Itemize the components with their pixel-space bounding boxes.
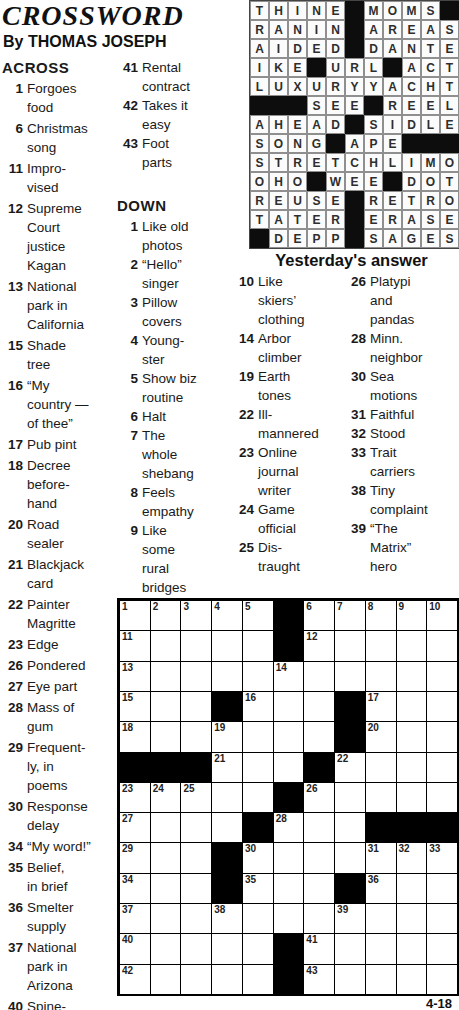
clue-text: Pillow covers — [142, 293, 182, 331]
puzzle-cell — [242, 721, 273, 751]
puzzle-cell — [211, 933, 242, 963]
answer-letter-cell: T — [250, 210, 269, 229]
answer-letter-cell: N — [402, 39, 421, 58]
answer-black-cell — [345, 229, 364, 248]
puzzle-cell: 42 — [119, 964, 150, 994]
answer-letter-cell: R — [383, 96, 402, 115]
puzzle-cell — [273, 752, 304, 782]
puzzle-cell — [150, 661, 181, 691]
down-clue-list-part3: 26Platypi and pandas28Minn. neighbor30Se… — [345, 272, 457, 576]
puzzle-cell: 7 — [334, 600, 365, 630]
across-clue-list-part1: 1Forgoes food6Christmas song11Impro- vis… — [2, 79, 113, 1010]
clue-number: 20 — [2, 515, 23, 534]
puzzle-black-cell — [211, 691, 242, 721]
across-clue-35: 35Belief, in brief — [2, 858, 113, 896]
cell-number: 32 — [399, 844, 410, 854]
clue-number: 1 — [2, 79, 23, 98]
clue-text: Trait carriers — [370, 443, 415, 481]
cell-number: 29 — [122, 844, 133, 854]
clue-text: Forgoes food — [27, 79, 77, 117]
clue-number: 7 — [117, 426, 138, 445]
answer-black-cell — [307, 58, 326, 77]
clue-text: National park in Arizona — [27, 938, 77, 995]
answer-letter-cell: S — [364, 229, 383, 248]
across-clue-26: 26Pondered — [2, 656, 113, 675]
answer-letter-cell: I — [288, 1, 307, 20]
answer-black-cell — [345, 210, 364, 229]
answer-letter-cell: A — [307, 115, 326, 134]
clue-text: Young- ster — [142, 331, 184, 369]
puzzle-black-cell — [426, 812, 457, 842]
answer-letter-cell: G — [307, 134, 326, 153]
clue-number: 1 — [117, 217, 138, 236]
puzzle-cell — [396, 903, 427, 933]
clue-text: National park in California — [27, 277, 84, 334]
clue-number: 26 — [2, 656, 23, 675]
answer-letter-cell: I — [250, 58, 269, 77]
clue-text: Faithful — [370, 405, 414, 424]
puzzle-cell — [211, 782, 242, 812]
puzzle-cell — [396, 752, 427, 782]
answer-letter-cell: Y — [345, 77, 364, 96]
puzzle-cell — [426, 873, 457, 903]
puzzle-black-cell — [273, 782, 304, 812]
answer-letter-cell: T — [326, 153, 345, 172]
puzzle-cell: 17 — [365, 691, 396, 721]
puzzle-cell — [242, 933, 273, 963]
answer-letter-cell: A — [269, 20, 288, 39]
answer-letter-cell: R — [421, 191, 440, 210]
puzzle-cell — [426, 752, 457, 782]
clue-text: The whole shebang — [142, 426, 194, 483]
puzzle-black-cell — [242, 812, 273, 842]
clue-text: Minn. neighbor — [370, 329, 423, 367]
answer-black-cell — [421, 134, 440, 153]
cell-number: 20 — [368, 723, 379, 733]
answer-letter-cell: E — [440, 115, 459, 134]
answer-letter-cell: S — [307, 96, 326, 115]
answer-letter-cell: C — [421, 58, 440, 77]
answer-letter-cell: U — [288, 191, 307, 210]
clue-number: 29 — [2, 738, 23, 757]
answer-letter-cell: A — [383, 229, 402, 248]
answer-letter-cell: M — [364, 1, 383, 20]
puzzle-cell — [426, 630, 457, 660]
clue-number: 32 — [345, 424, 366, 443]
puzzle-cell — [334, 842, 365, 872]
puzzle-cell: 2 — [150, 600, 181, 630]
clue-number: 34 — [2, 837, 23, 856]
answer-letter-cell: A — [402, 210, 421, 229]
across-clue-28: 28Mass of gum — [2, 698, 113, 736]
puzzle-cell — [365, 903, 396, 933]
puzzle-cell — [180, 903, 211, 933]
puzzle-cell: 13 — [119, 661, 150, 691]
clue-number: 33 — [345, 443, 366, 462]
answer-letter-cell: D — [402, 115, 421, 134]
clue-number: 6 — [2, 119, 23, 138]
clue-text: Dis- traught — [258, 538, 300, 576]
answer-letter-cell: E — [326, 96, 345, 115]
puzzle-cell — [211, 661, 242, 691]
down-clue-7: 7The whole shebang — [117, 426, 230, 483]
clue-number: 13 — [2, 277, 23, 296]
clue-number: 24 — [233, 500, 254, 519]
puzzle-cell — [426, 661, 457, 691]
clue-number: 12 — [2, 199, 23, 218]
puzzle-cell: 24 — [150, 782, 181, 812]
answer-black-cell — [269, 96, 288, 115]
puzzle-cell — [150, 842, 181, 872]
puzzle-black-cell — [273, 964, 304, 994]
clue-text: Like some rural bridges — [142, 521, 186, 597]
puzzle-cell: 19 — [211, 721, 242, 751]
puzzle-cell — [365, 933, 396, 963]
puzzle-cell: 22 — [334, 752, 365, 782]
cell-number: 39 — [337, 905, 348, 915]
answer-letter-cell: E — [402, 20, 421, 39]
cell-number: 3 — [183, 602, 189, 612]
clue-column-1: ACROSS 1Forgoes food6Christmas song11Imp… — [2, 58, 113, 1010]
puzzle-cell — [426, 721, 457, 751]
puzzle-cell — [396, 721, 427, 751]
across-clue-18: 18Decree before- hand — [2, 456, 113, 513]
clue-number: 11 — [2, 159, 23, 178]
answer-letter-cell: N — [307, 1, 326, 20]
clue-number: 42 — [117, 96, 138, 115]
answer-letter-cell: R — [288, 153, 307, 172]
clue-number: 23 — [2, 635, 23, 654]
cell-number: 43 — [306, 966, 317, 976]
across-clue-11: 11Impro- vised — [2, 159, 113, 197]
puzzle-cell — [334, 782, 365, 812]
clue-number: 27 — [2, 677, 23, 696]
puzzle-cell: 3 — [180, 600, 211, 630]
clue-text: Painter Magritte — [27, 595, 76, 633]
answer-letter-cell: O — [250, 172, 269, 191]
clue-number: 40 — [2, 997, 23, 1010]
across-clue-34: 34“My word!” — [2, 837, 113, 856]
puzzle-date: 4-18 — [426, 996, 452, 1010]
across-clue-20: 20Road sealer — [2, 515, 113, 553]
clue-text: Supreme Court justice Kagan — [27, 199, 82, 275]
answer-letter-cell: E — [288, 58, 307, 77]
answer-letter-cell: S — [250, 134, 269, 153]
answer-letter-cell: H — [269, 115, 288, 134]
across-clue-27: 27Eye part — [2, 677, 113, 696]
puzzle-black-cell — [150, 752, 181, 782]
clue-number: 15 — [2, 336, 23, 355]
clue-text: Eye part — [27, 677, 77, 696]
puzzle-cell — [242, 903, 273, 933]
puzzle-cell: 38 — [211, 903, 242, 933]
clue-number: 21 — [2, 555, 23, 574]
cell-number: 11 — [122, 632, 133, 642]
answer-letter-cell: E — [421, 229, 440, 248]
across-clue-13: 13National park in California — [2, 277, 113, 334]
puzzle-cell — [211, 964, 242, 994]
answer-letter-cell: T — [440, 58, 459, 77]
clue-number: 25 — [233, 538, 254, 557]
answer-letter-cell: T — [421, 39, 440, 58]
puzzle-cell: 15 — [119, 691, 150, 721]
puzzle-cell — [303, 721, 334, 751]
puzzle-black-cell — [273, 600, 304, 630]
answer-letter-cell: C — [402, 77, 421, 96]
down-clue-3: 3Pillow covers — [117, 293, 230, 331]
across-header: ACROSS — [2, 58, 113, 77]
answer-letter-cell: X — [288, 77, 307, 96]
clue-text: Earth tones — [258, 367, 291, 405]
puzzle-cell — [242, 661, 273, 691]
yesterday-answer-caption: Yesterday's answer — [244, 251, 459, 270]
answer-letter-cell: R — [345, 58, 364, 77]
puzzle-cell — [396, 782, 427, 812]
answer-black-cell — [440, 1, 459, 20]
across-clue-42: 42Takes it easy — [117, 96, 230, 134]
puzzle-cell: 8 — [365, 600, 396, 630]
cell-number: 31 — [368, 844, 379, 854]
answer-letter-cell: S — [307, 191, 326, 210]
answer-letter-cell: I — [402, 153, 421, 172]
puzzle-cell: 5 — [242, 600, 273, 630]
puzzle-cell — [303, 873, 334, 903]
puzzle-cell — [334, 812, 365, 842]
answer-letter-cell: L — [421, 115, 440, 134]
answer-letter-cell: K — [269, 58, 288, 77]
cell-number: 12 — [306, 632, 317, 642]
puzzle-cell — [180, 842, 211, 872]
cell-number: 21 — [214, 754, 225, 764]
puzzle-cell: 18 — [119, 721, 150, 751]
clue-number: 26 — [345, 272, 366, 291]
answer-letter-cell: O — [421, 172, 440, 191]
puzzle-cell — [365, 661, 396, 691]
answer-black-cell — [250, 229, 269, 248]
puzzle-cell — [242, 964, 273, 994]
cell-number: 15 — [122, 693, 133, 703]
answer-black-cell — [345, 39, 364, 58]
answer-black-cell — [326, 134, 345, 153]
cell-number: 25 — [183, 784, 194, 794]
puzzle-cell — [273, 721, 304, 751]
answer-letter-cell: S — [250, 153, 269, 172]
answer-letter-cell: E — [269, 191, 288, 210]
clue-text: Smelter supply — [27, 898, 74, 936]
puzzle-cell: 27 — [119, 812, 150, 842]
answer-letter-cell: A — [421, 20, 440, 39]
puzzle-cell: 39 — [334, 903, 365, 933]
across-clue-30: 30Response delay — [2, 797, 113, 835]
down-clue-10: 10Like skiers’ clothing — [233, 272, 341, 329]
puzzle-cell: 21 — [211, 752, 242, 782]
puzzle-cell: 9 — [396, 600, 427, 630]
answer-letter-cell: R — [326, 210, 345, 229]
answer-letter-cell: A — [383, 77, 402, 96]
puzzle-cell — [303, 661, 334, 691]
puzzle-black-cell — [273, 630, 304, 660]
down-clue-19: 19Earth tones — [233, 367, 341, 405]
down-clue-24: 24Game official — [233, 500, 341, 538]
puzzle-cell — [334, 661, 365, 691]
answer-letter-cell: E — [307, 153, 326, 172]
answer-letter-cell: P — [364, 134, 383, 153]
down-clue-23: 23Online journal writer — [233, 443, 341, 500]
answer-letter-cell: H — [269, 1, 288, 20]
answer-letter-cell: T — [440, 77, 459, 96]
puzzle-cell — [426, 782, 457, 812]
answer-letter-cell: M — [421, 153, 440, 172]
puzzle-cell: 1 — [119, 600, 150, 630]
answer-letter-cell: E — [288, 115, 307, 134]
clue-number: 39 — [345, 519, 366, 538]
clue-number: 41 — [117, 58, 138, 77]
answer-letter-cell: E — [307, 210, 326, 229]
clue-text: Frequent- ly, in poems — [27, 738, 86, 795]
answer-black-cell — [250, 96, 269, 115]
answer-letter-cell: A — [250, 39, 269, 58]
cell-number: 22 — [337, 754, 348, 764]
across-clue-36: 36Smelter supply — [2, 898, 113, 936]
puzzle-cell — [365, 630, 396, 660]
answer-letter-cell: I — [269, 39, 288, 58]
clue-text: Belief, in brief — [27, 858, 68, 896]
answer-letter-cell: O — [269, 134, 288, 153]
clue-number: 4 — [117, 331, 138, 350]
answer-black-cell — [383, 58, 402, 77]
clue-number: 37 — [2, 938, 23, 957]
puzzle-cell — [396, 661, 427, 691]
answer-letter-cell: O — [383, 1, 402, 20]
cell-number: 4 — [214, 602, 220, 612]
across-clue-40: 40Spine- tingling — [2, 997, 113, 1010]
clue-text: Edge — [27, 635, 59, 654]
cell-number: 33 — [429, 844, 440, 854]
answer-black-cell — [288, 96, 307, 115]
clue-text: Online journal writer — [258, 443, 299, 500]
clue-text: Feels empathy — [142, 483, 194, 521]
clue-number: 8 — [117, 483, 138, 502]
answer-letter-cell: R — [383, 20, 402, 39]
puzzle-cell: 26 — [303, 782, 334, 812]
answer-letter-cell: U — [269, 77, 288, 96]
down-clue-14: 14Arbor climber — [233, 329, 341, 367]
puzzle-black-cell — [303, 752, 334, 782]
cell-number: 18 — [122, 723, 133, 733]
across-clue-17: 17Pub pint — [2, 435, 113, 454]
answer-letter-cell: I — [307, 20, 326, 39]
clue-text: Game official — [258, 500, 296, 538]
puzzle-cell — [242, 630, 273, 660]
answer-letter-cell: P — [326, 229, 345, 248]
answer-letter-cell: E — [383, 134, 402, 153]
across-clue-37: 37National park in Arizona — [2, 938, 113, 995]
cell-number: 26 — [306, 784, 317, 794]
puzzle-cell — [211, 812, 242, 842]
answer-letter-cell: S — [421, 1, 440, 20]
answer-letter-cell: T — [269, 153, 288, 172]
puzzle-cell — [273, 842, 304, 872]
answer-letter-cell: E — [440, 210, 459, 229]
cell-number: 2 — [153, 602, 159, 612]
answer-letter-cell: S — [440, 20, 459, 39]
answer-letter-cell: E — [288, 229, 307, 248]
answer-letter-cell: Y — [364, 77, 383, 96]
puzzle-cell — [365, 782, 396, 812]
answer-letter-cell: E — [364, 172, 383, 191]
puzzle-cell: 14 — [273, 661, 304, 691]
across-clue-12: 12Supreme Court justice Kagan — [2, 199, 113, 275]
answer-letter-cell: T — [440, 172, 459, 191]
clue-number: 5 — [117, 369, 138, 388]
down-clue-4: 4Young- ster — [117, 331, 230, 369]
clue-text: Spine- tingling — [27, 997, 70, 1010]
answer-letter-cell: R — [364, 191, 383, 210]
puzzle-cell — [150, 873, 181, 903]
puzzle-cell — [180, 812, 211, 842]
answer-letter-cell: D — [326, 115, 345, 134]
cell-number: 23 — [122, 784, 133, 794]
puzzle-cell — [303, 812, 334, 842]
cell-number: 36 — [368, 875, 379, 885]
clue-text: Tiny complaint — [370, 481, 428, 519]
answer-letter-cell: A — [364, 20, 383, 39]
answer-letter-cell: R — [250, 20, 269, 39]
down-clue-26: 26Platypi and pandas — [345, 272, 457, 329]
puzzle-cell: 43 — [303, 964, 334, 994]
answer-letter-cell: G — [402, 229, 421, 248]
cell-number: 24 — [153, 784, 164, 794]
answer-black-cell — [402, 134, 421, 153]
clue-number: 23 — [233, 443, 254, 462]
answer-letter-cell: E — [440, 39, 459, 58]
answer-letter-cell: E — [402, 96, 421, 115]
answer-letter-cell: L — [364, 58, 383, 77]
puzzle-cell — [426, 903, 457, 933]
puzzle-cell — [150, 964, 181, 994]
clue-number: 9 — [117, 521, 138, 540]
across-clue-29: 29Frequent- ly, in poems — [2, 738, 113, 795]
cell-number: 41 — [306, 935, 317, 945]
puzzle-cell — [273, 873, 304, 903]
newspaper-crossword-page: CROSSWORD By THOMAS JOSEPH THINEMOMSRANI… — [0, 0, 459, 1010]
across-clue-23: 23Edge — [2, 635, 113, 654]
puzzle-cell: 37 — [119, 903, 150, 933]
clue-text: Pondered — [27, 656, 86, 675]
clue-number: 30 — [345, 367, 366, 386]
answer-letter-cell: R — [326, 77, 345, 96]
puzzle-cell: 11 — [119, 630, 150, 660]
answer-letter-cell: E — [364, 210, 383, 229]
answer-letter-cell: T — [250, 1, 269, 20]
clue-number: 6 — [117, 407, 138, 426]
today-puzzle-grid: 1234567891011121314151617181920212223242… — [117, 598, 459, 996]
answer-black-cell — [345, 20, 364, 39]
puzzle-cell — [180, 964, 211, 994]
puzzle-cell: 6 — [303, 600, 334, 630]
clue-number: 35 — [2, 858, 23, 877]
answer-letter-cell: H — [269, 172, 288, 191]
answer-letter-cell: E — [326, 191, 345, 210]
clue-number: 28 — [2, 698, 23, 717]
cell-number: 16 — [245, 693, 256, 703]
clue-text: Pub pint — [27, 435, 77, 454]
down-clue-30: 30Sea motions — [345, 367, 457, 405]
answer-letter-cell: D — [269, 229, 288, 248]
clue-text: Platypi and pandas — [370, 272, 414, 329]
answer-letter-cell: E — [421, 96, 440, 115]
puzzle-cell — [365, 964, 396, 994]
